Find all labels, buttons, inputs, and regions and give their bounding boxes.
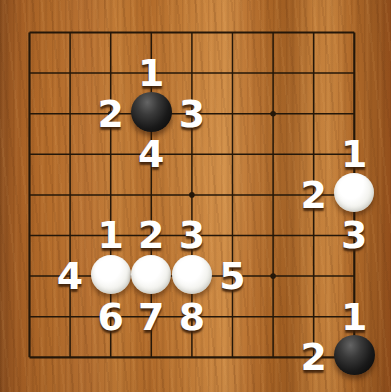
- point-J7[interactable]: [334, 93, 375, 134]
- white-stone-J5: [334, 173, 374, 212]
- point-D3[interactable]: [131, 256, 172, 297]
- point-D4[interactable]: 2: [131, 215, 172, 256]
- liberty-label-E4: 3: [172, 215, 213, 256]
- point-E4[interactable]: 3: [172, 215, 213, 256]
- point-H7[interactable]: [293, 93, 334, 134]
- white-stone-D3: [131, 255, 171, 294]
- liberty-label-J6: 1: [334, 134, 375, 175]
- white-stone-C3: [91, 255, 131, 294]
- white-stone-E3: [172, 255, 212, 294]
- point-C5[interactable]: [90, 175, 131, 216]
- point-H2[interactable]: [293, 296, 334, 337]
- point-E3[interactable]: [172, 256, 213, 297]
- point-J2[interactable]: 1: [334, 296, 375, 337]
- point-G7[interactable]: [253, 93, 294, 134]
- liberty-label-D6: 4: [131, 134, 172, 175]
- point-C7[interactable]: 2: [90, 93, 131, 134]
- point-G8[interactable]: [253, 53, 294, 94]
- point-B1[interactable]: [50, 337, 91, 378]
- point-F1[interactable]: [212, 337, 253, 378]
- liberty-label-D8: 1: [131, 53, 172, 94]
- point-J8[interactable]: [334, 53, 375, 94]
- point-H8[interactable]: [293, 53, 334, 94]
- black-stone-D7: [131, 92, 172, 132]
- point-G5[interactable]: [253, 175, 294, 216]
- point-C2[interactable]: 6: [90, 296, 131, 337]
- point-A3[interactable]: [9, 256, 50, 297]
- point-C9[interactable]: [90, 12, 131, 53]
- point-D2[interactable]: 7: [131, 296, 172, 337]
- point-F4[interactable]: [212, 215, 253, 256]
- liberty-label-J4: 3: [334, 215, 375, 256]
- point-E1[interactable]: [172, 337, 213, 378]
- point-H9[interactable]: [293, 12, 334, 53]
- point-D7[interactable]: [131, 93, 172, 134]
- point-C3[interactable]: [90, 256, 131, 297]
- point-E8[interactable]: [172, 53, 213, 94]
- point-B5[interactable]: [50, 175, 91, 216]
- point-G3[interactable]: [253, 256, 294, 297]
- point-F3[interactable]: 5: [212, 256, 253, 297]
- liberty-label-H5: 2: [293, 175, 334, 216]
- point-G1[interactable]: [253, 337, 294, 378]
- point-E7[interactable]: 3: [172, 93, 213, 134]
- point-E6[interactable]: [172, 134, 213, 175]
- liberty-label-E2: 8: [172, 296, 213, 337]
- point-E5[interactable]: [172, 175, 213, 216]
- point-B3[interactable]: 4: [50, 256, 91, 297]
- point-A5[interactable]: [9, 175, 50, 216]
- point-B8[interactable]: [50, 53, 91, 94]
- liberty-label-D4: 2: [131, 215, 172, 256]
- liberty-label-C7: 2: [90, 93, 131, 134]
- point-A9[interactable]: [9, 12, 50, 53]
- point-D5[interactable]: [131, 175, 172, 216]
- point-J3[interactable]: [334, 256, 375, 297]
- point-B7[interactable]: [50, 93, 91, 134]
- point-G9[interactable]: [253, 12, 294, 53]
- point-G6[interactable]: [253, 134, 294, 175]
- point-F2[interactable]: [212, 296, 253, 337]
- liberty-label-E7: 3: [172, 93, 213, 134]
- point-G4[interactable]: [253, 215, 294, 256]
- liberty-label-C4: 1: [90, 215, 131, 256]
- point-B6[interactable]: [50, 134, 91, 175]
- point-H1[interactable]: 2: [293, 337, 334, 378]
- liberty-label-D2: 7: [131, 296, 172, 337]
- point-F7[interactable]: [212, 93, 253, 134]
- point-D6[interactable]: 4: [131, 134, 172, 175]
- point-H3[interactable]: [293, 256, 334, 297]
- point-H6[interactable]: [293, 134, 334, 175]
- point-F9[interactable]: [212, 12, 253, 53]
- point-B4[interactable]: [50, 215, 91, 256]
- point-E2[interactable]: 8: [172, 296, 213, 337]
- point-C6[interactable]: [90, 134, 131, 175]
- point-J5[interactable]: [334, 175, 375, 216]
- point-B2[interactable]: [50, 296, 91, 337]
- point-H4[interactable]: [293, 215, 334, 256]
- point-C4[interactable]: 1: [90, 215, 131, 256]
- point-E9[interactable]: [172, 12, 213, 53]
- point-F8[interactable]: [212, 53, 253, 94]
- point-J9[interactable]: [334, 12, 375, 53]
- point-A7[interactable]: [9, 93, 50, 134]
- point-B9[interactable]: [50, 12, 91, 53]
- point-H5[interactable]: 2: [293, 175, 334, 216]
- point-J4[interactable]: 3: [334, 215, 375, 256]
- point-A8[interactable]: [9, 53, 50, 94]
- point-F5[interactable]: [212, 175, 253, 216]
- point-A2[interactable]: [9, 296, 50, 337]
- point-G2[interactable]: [253, 296, 294, 337]
- point-J6[interactable]: 1: [334, 134, 375, 175]
- liberty-label-C2: 6: [90, 296, 131, 337]
- point-D9[interactable]: [131, 12, 172, 53]
- point-C8[interactable]: [90, 53, 131, 94]
- liberty-label-B3: 4: [50, 256, 91, 297]
- point-C1[interactable]: [90, 337, 131, 378]
- black-stone-J1: [334, 335, 375, 375]
- point-J1[interactable]: [334, 337, 375, 378]
- point-D1[interactable]: [131, 337, 172, 378]
- goban-grid: 12341212334567812: [9, 12, 374, 377]
- point-F6[interactable]: [212, 134, 253, 175]
- liberty-label-J2: 1: [334, 296, 375, 337]
- goban: 12341212334567812: [0, 0, 391, 392]
- point-A6[interactable]: [9, 134, 50, 175]
- point-A4[interactable]: [9, 215, 50, 256]
- point-D8[interactable]: 1: [131, 53, 172, 94]
- liberty-label-F3: 5: [212, 256, 253, 297]
- liberty-label-H1: 2: [293, 337, 334, 378]
- point-A1[interactable]: [9, 337, 50, 378]
